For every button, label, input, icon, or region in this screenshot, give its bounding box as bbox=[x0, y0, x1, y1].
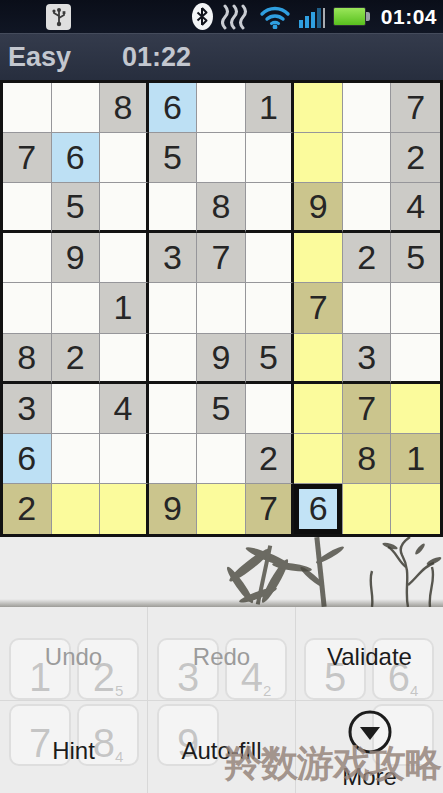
cell-r6c9[interactable] bbox=[391, 334, 440, 384]
cell-r8c4[interactable] bbox=[149, 434, 198, 484]
cell-r7c7[interactable] bbox=[294, 384, 343, 434]
cell-r8c6[interactable]: 2 bbox=[246, 434, 295, 484]
cell-r2c6[interactable] bbox=[246, 133, 295, 183]
cell-r2c9[interactable]: 2 bbox=[391, 133, 440, 183]
cell-r3c8[interactable] bbox=[343, 183, 392, 233]
cell-r3c4[interactable] bbox=[149, 183, 198, 233]
cell-r3c3[interactable] bbox=[100, 183, 149, 233]
redo-button[interactable]: Redo bbox=[148, 643, 295, 671]
cell-r2c3[interactable] bbox=[100, 133, 149, 183]
cell-r5c9[interactable] bbox=[391, 283, 440, 333]
cell-r1c8[interactable] bbox=[343, 83, 392, 133]
cell-r9c8[interactable] bbox=[343, 484, 392, 534]
cell-r7c1[interactable]: 3 bbox=[3, 384, 52, 434]
undo-button[interactable]: Undo bbox=[0, 643, 147, 671]
cell-r3c6[interactable] bbox=[246, 183, 295, 233]
cell-r4c6[interactable] bbox=[246, 233, 295, 283]
cell-r9c6[interactable]: 7 bbox=[246, 484, 295, 534]
wifi-icon bbox=[259, 5, 291, 29]
cell-r5c2[interactable] bbox=[52, 283, 101, 333]
bluetooth-icon bbox=[192, 3, 213, 30]
cell-r6c1[interactable]: 8 bbox=[3, 334, 52, 384]
hint-button[interactable]: Hint bbox=[0, 737, 147, 765]
cell-r4c5[interactable]: 7 bbox=[197, 233, 246, 283]
cell-r6c8[interactable]: 3 bbox=[343, 334, 392, 384]
cell-r7c4[interactable] bbox=[149, 384, 198, 434]
cell-r1c1[interactable] bbox=[3, 83, 52, 133]
status-bar: 01:04 bbox=[0, 0, 443, 33]
game-timer: 01:22 bbox=[122, 42, 191, 73]
cell-r9c7[interactable]: 6 bbox=[294, 484, 343, 534]
cell-r3c9[interactable]: 4 bbox=[391, 183, 440, 233]
cell-r9c5[interactable] bbox=[197, 484, 246, 534]
cell-r2c4[interactable]: 5 bbox=[149, 133, 198, 183]
game-header: Easy 01:22 bbox=[0, 33, 443, 80]
cell-r1c2[interactable] bbox=[52, 83, 101, 133]
cell-r4c2[interactable]: 9 bbox=[52, 233, 101, 283]
cell-r3c2[interactable]: 5 bbox=[52, 183, 101, 233]
cell-r9c9[interactable] bbox=[391, 484, 440, 534]
cell-r9c1[interactable]: 2 bbox=[3, 484, 52, 534]
cell-r4c1[interactable] bbox=[3, 233, 52, 283]
usb-icon bbox=[46, 4, 71, 30]
cell-r6c2[interactable]: 2 bbox=[52, 334, 101, 384]
cell-r3c1[interactable] bbox=[3, 183, 52, 233]
sudoku-board-frame: 861776525894937251782953345762812976 bbox=[0, 80, 443, 537]
sudoku-app-screen: 01:04 Easy 01:22 86177652589493725178295… bbox=[0, 0, 443, 793]
cell-r7c5[interactable]: 5 bbox=[197, 384, 246, 434]
cell-r4c8[interactable]: 2 bbox=[343, 233, 392, 283]
cell-r3c7[interactable]: 9 bbox=[294, 183, 343, 233]
cell-r2c2[interactable]: 6 bbox=[52, 133, 101, 183]
cell-r5c3[interactable]: 1 bbox=[100, 283, 149, 333]
cell-r4c4[interactable]: 3 bbox=[149, 233, 198, 283]
sudoku-board: 861776525894937251782953345762812976 bbox=[3, 83, 440, 534]
cell-r6c5[interactable]: 9 bbox=[197, 334, 246, 384]
signal-icon bbox=[299, 6, 325, 28]
cell-r7c3[interactable]: 4 bbox=[100, 384, 149, 434]
cell-r5c8[interactable] bbox=[343, 283, 392, 333]
cell-r7c9[interactable] bbox=[391, 384, 440, 434]
validate-button[interactable]: Validate bbox=[296, 643, 443, 671]
cell-r3c5[interactable]: 8 bbox=[197, 183, 246, 233]
watermark-text: 羚数游戏攻略 bbox=[225, 739, 441, 789]
cell-r7c6[interactable] bbox=[246, 384, 295, 434]
cell-r6c3[interactable] bbox=[100, 334, 149, 384]
cell-r1c5[interactable] bbox=[197, 83, 246, 133]
cell-r5c1[interactable] bbox=[3, 283, 52, 333]
cell-r1c3[interactable]: 8 bbox=[100, 83, 149, 133]
cell-r8c8[interactable]: 8 bbox=[343, 434, 392, 484]
cell-r8c9[interactable]: 1 bbox=[391, 434, 440, 484]
cell-r2c5[interactable] bbox=[197, 133, 246, 183]
cell-r6c6[interactable]: 5 bbox=[246, 334, 295, 384]
difficulty-label: Easy bbox=[8, 42, 71, 73]
cell-r8c3[interactable] bbox=[100, 434, 149, 484]
cell-r8c2[interactable] bbox=[52, 434, 101, 484]
cell-r7c8[interactable]: 7 bbox=[343, 384, 392, 434]
cell-r8c7[interactable] bbox=[294, 434, 343, 484]
status-time: 01:04 bbox=[381, 5, 437, 29]
vibrate-icon bbox=[221, 4, 251, 30]
cell-r9c4[interactable]: 9 bbox=[149, 484, 198, 534]
cell-r2c7[interactable] bbox=[294, 133, 343, 183]
cell-r7c2[interactable] bbox=[52, 384, 101, 434]
cell-r6c7[interactable] bbox=[294, 334, 343, 384]
cell-r4c7[interactable] bbox=[294, 233, 343, 283]
cell-r1c9[interactable]: 7 bbox=[391, 83, 440, 133]
cell-r5c5[interactable] bbox=[197, 283, 246, 333]
cell-r1c7[interactable] bbox=[294, 83, 343, 133]
cell-r2c1[interactable]: 7 bbox=[3, 133, 52, 183]
battery-icon bbox=[333, 7, 370, 26]
cell-r5c7[interactable]: 7 bbox=[294, 283, 343, 333]
cell-r9c2[interactable] bbox=[52, 484, 101, 534]
cell-r1c4[interactable]: 6 bbox=[149, 83, 198, 133]
cell-r6c4[interactable] bbox=[149, 334, 198, 384]
cell-r9c3[interactable] bbox=[100, 484, 149, 534]
cell-r8c1[interactable]: 6 bbox=[3, 434, 52, 484]
cell-r4c3[interactable] bbox=[100, 233, 149, 283]
cell-r5c6[interactable] bbox=[246, 283, 295, 333]
cell-r5c4[interactable] bbox=[149, 283, 198, 333]
cell-r8c5[interactable] bbox=[197, 434, 246, 484]
background-photo-bamboo bbox=[0, 537, 443, 607]
cell-r4c9[interactable]: 5 bbox=[391, 233, 440, 283]
cell-r2c8[interactable] bbox=[343, 133, 392, 183]
cell-r1c6[interactable]: 1 bbox=[246, 83, 295, 133]
